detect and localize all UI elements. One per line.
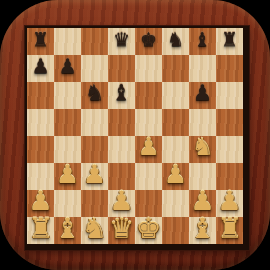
square-h3[interactable]: [216, 163, 243, 190]
square-f2[interactable]: [162, 190, 189, 217]
square-b7[interactable]: ♟: [54, 55, 81, 82]
square-e4[interactable]: ♟: [135, 136, 162, 163]
square-c8[interactable]: [81, 28, 108, 55]
square-h4[interactable]: [216, 136, 243, 163]
square-b6[interactable]: [54, 82, 81, 109]
square-c3[interactable]: ♟: [81, 163, 108, 190]
square-f4[interactable]: [162, 136, 189, 163]
piece-white-queen: ♛: [109, 216, 134, 240]
square-d4[interactable]: [108, 136, 135, 163]
square-d7[interactable]: [108, 55, 135, 82]
piece-white-pawn: ♟: [83, 163, 106, 185]
piece-white-pawn: ♟: [190, 190, 214, 213]
square-g8[interactable]: ♝: [189, 28, 216, 55]
square-b5[interactable]: [54, 109, 81, 136]
piece-black-rook: ♜: [32, 32, 49, 48]
square-g5[interactable]: [189, 109, 216, 136]
piece-black-king: ♚: [140, 32, 157, 48]
piece-white-pawn: ♟: [164, 163, 187, 185]
square-f5[interactable]: [162, 109, 189, 136]
square-c5[interactable]: [81, 109, 108, 136]
piece-black-bishop: ♝: [112, 84, 131, 102]
square-d8[interactable]: ♛: [108, 28, 135, 55]
chess-board: ♜♛♚♞♝♜♟♟♞♝♟♟♞♟♟♟♟♟♟♟♜♝♞♛♚♝♜: [27, 28, 243, 244]
piece-black-rook: ♜: [221, 32, 238, 48]
square-a6[interactable]: [27, 82, 54, 109]
square-c1[interactable]: ♞: [81, 217, 108, 244]
piece-white-pawn: ♟: [56, 163, 79, 185]
square-h8[interactable]: ♜: [216, 28, 243, 55]
piece-black-knight: ♞: [167, 32, 184, 48]
square-e5[interactable]: [135, 109, 162, 136]
square-a2[interactable]: ♟: [27, 190, 54, 217]
square-h2[interactable]: ♟: [216, 190, 243, 217]
piece-black-queen: ♛: [113, 32, 130, 48]
square-h6[interactable]: [216, 82, 243, 109]
square-d2[interactable]: ♟: [108, 190, 135, 217]
square-e7[interactable]: [135, 55, 162, 82]
square-c7[interactable]: [81, 55, 108, 82]
piece-white-knight: ♞: [82, 216, 107, 240]
square-g1[interactable]: ♝: [189, 217, 216, 244]
square-d6[interactable]: ♝: [108, 82, 135, 109]
square-d3[interactable]: [108, 163, 135, 190]
piece-white-bishop: ♝: [55, 216, 80, 240]
square-c6[interactable]: ♞: [81, 82, 108, 109]
square-g6[interactable]: ♟: [189, 82, 216, 109]
square-e8[interactable]: ♚: [135, 28, 162, 55]
square-a1[interactable]: ♜: [27, 217, 54, 244]
square-h5[interactable]: [216, 109, 243, 136]
square-e1[interactable]: ♚: [135, 217, 162, 244]
square-h7[interactable]: [216, 55, 243, 82]
piece-white-pawn: ♟: [217, 190, 241, 213]
square-a8[interactable]: ♜: [27, 28, 54, 55]
square-a7[interactable]: ♟: [27, 55, 54, 82]
square-g3[interactable]: [189, 163, 216, 190]
piece-white-king: ♚: [136, 216, 161, 240]
square-f7[interactable]: [162, 55, 189, 82]
square-f8[interactable]: ♞: [162, 28, 189, 55]
square-b1[interactable]: ♝: [54, 217, 81, 244]
square-b2[interactable]: [54, 190, 81, 217]
square-a5[interactable]: [27, 109, 54, 136]
piece-white-bishop: ♝: [190, 216, 215, 240]
square-g4[interactable]: ♞: [189, 136, 216, 163]
piece-white-pawn: ♟: [138, 137, 160, 158]
square-f3[interactable]: ♟: [162, 163, 189, 190]
piece-black-pawn: ♟: [31, 58, 49, 75]
square-f6[interactable]: [162, 82, 189, 109]
square-e6[interactable]: [135, 82, 162, 109]
square-e2[interactable]: [135, 190, 162, 217]
square-e3[interactable]: [135, 163, 162, 190]
square-a3[interactable]: [27, 163, 54, 190]
piece-white-pawn: ♟: [28, 190, 52, 213]
square-b3[interactable]: ♟: [54, 163, 81, 190]
square-g7[interactable]: [189, 55, 216, 82]
square-d1[interactable]: ♛: [108, 217, 135, 244]
board-border: ♜♛♚♞♝♜♟♟♞♝♟♟♞♟♟♟♟♟♟♟♜♝♞♛♚♝♜: [25, 26, 249, 250]
square-g2[interactable]: ♟: [189, 190, 216, 217]
square-f1[interactable]: [162, 217, 189, 244]
piece-white-pawn: ♟: [109, 190, 133, 213]
square-a4[interactable]: [27, 136, 54, 163]
app-icon-chess: ♜♛♚♞♝♜♟♟♞♝♟♟♞♟♟♟♟♟♟♟♜♝♞♛♚♝♜: [0, 0, 270, 270]
piece-white-rook: ♜: [217, 216, 242, 240]
square-c2[interactable]: [81, 190, 108, 217]
square-b4[interactable]: [54, 136, 81, 163]
piece-black-bishop: ♝: [194, 32, 211, 48]
square-b8[interactable]: [54, 28, 81, 55]
square-h1[interactable]: ♜: [216, 217, 243, 244]
square-d5[interactable]: [108, 109, 135, 136]
piece-black-knight: ♞: [85, 84, 104, 102]
piece-black-pawn: ♟: [193, 84, 212, 102]
piece-white-rook: ♜: [28, 216, 53, 240]
square-c4[interactable]: [81, 136, 108, 163]
piece-white-knight: ♞: [192, 137, 214, 158]
piece-black-pawn: ♟: [58, 58, 76, 75]
